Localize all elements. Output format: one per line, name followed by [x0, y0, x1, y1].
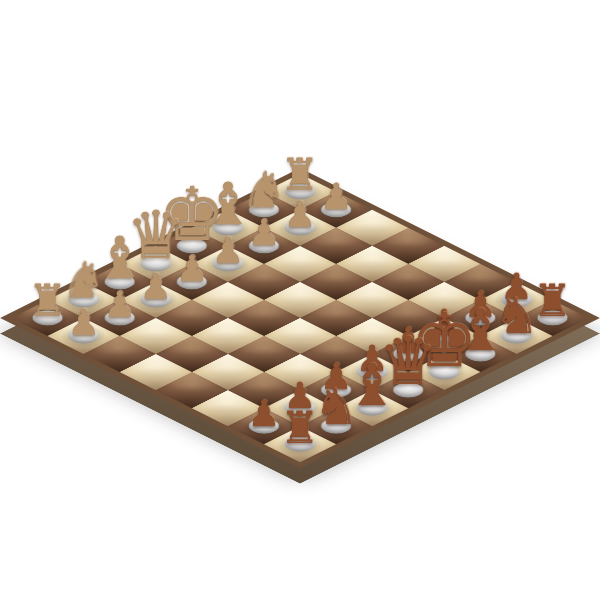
square-d5[interactable]: [264, 318, 336, 354]
black-rook[interactable]: ♜: [255, 405, 345, 449]
chess-board: ♜♟♟♜♞♟♟♞♝♟♟♝♚♟♟♚♛♟♟♛♝♟♟♝♞♟♟♞♜♟♟♜: [0, 168, 600, 468]
product-photo-stage: ♜♟♟♜♞♟♟♞♝♟♟♝♚♟♟♚♛♟♟♛♝♟♟♝♞♟♟♞♜♟♟♜: [0, 0, 600, 600]
board-3d-wrapper: ♜♟♟♜♞♟♟♞♝♟♟♝♚♟♟♚♛♟♟♛♝♟♟♝♞♟♟♞♜♟♟♜: [0, 168, 600, 468]
white-pawn[interactable]: ♟: [39, 305, 129, 341]
